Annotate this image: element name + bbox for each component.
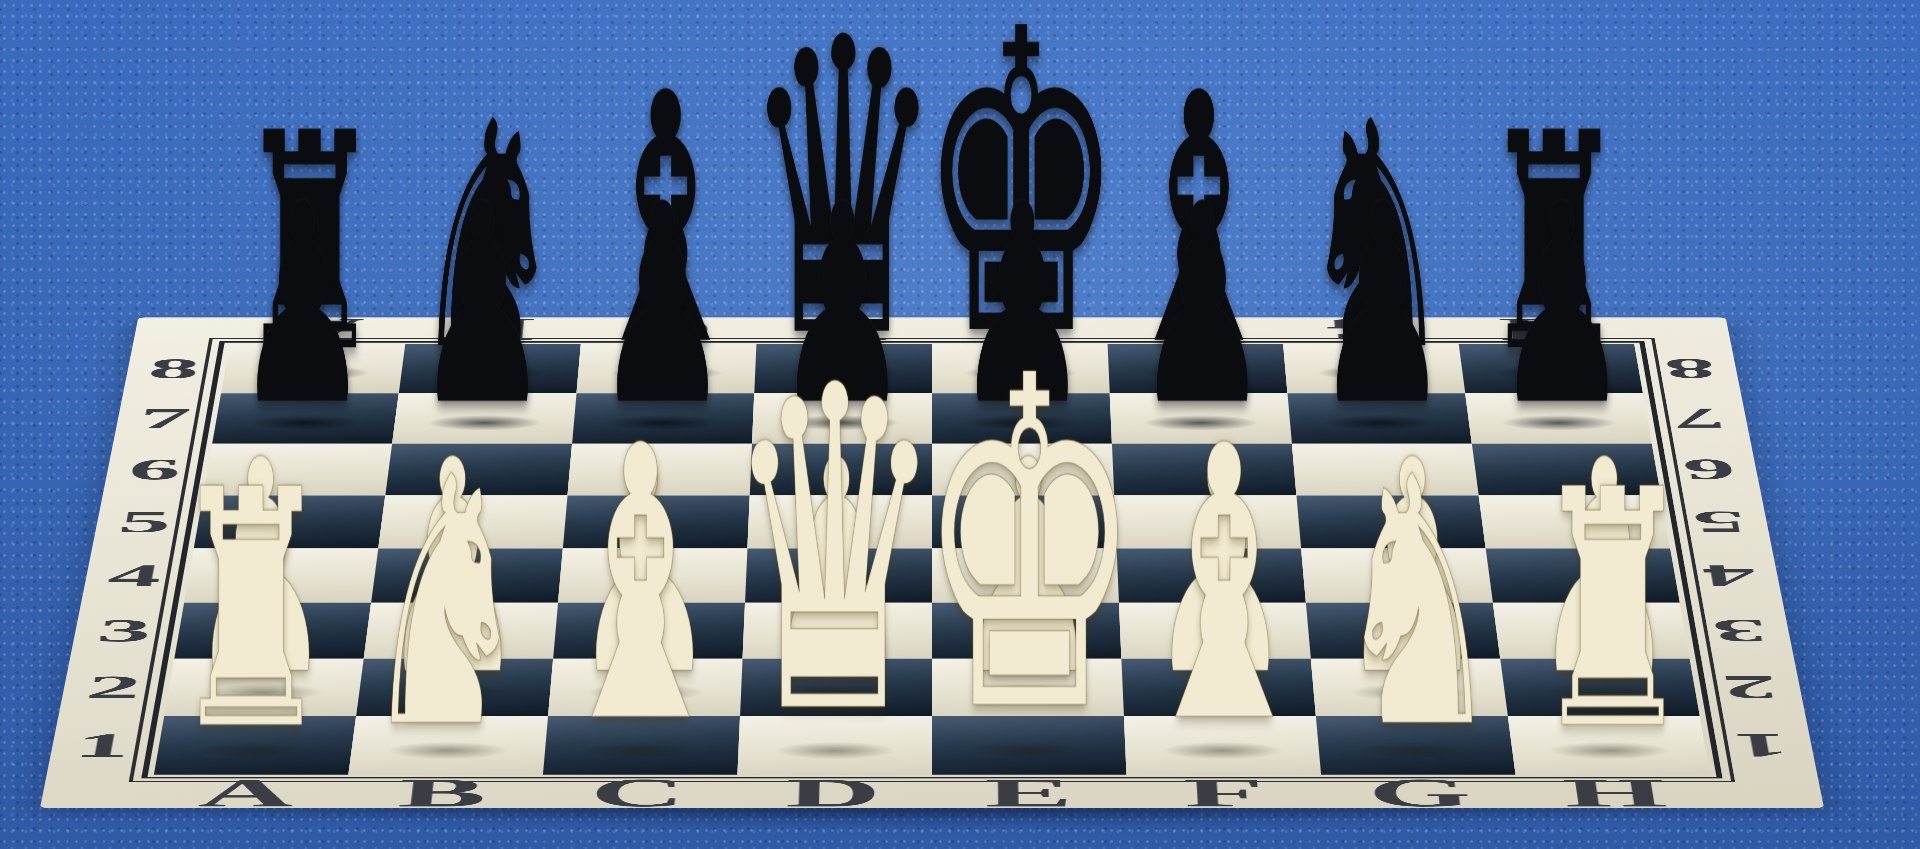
rank-label-left-8: 8 — [146, 352, 203, 384]
rank-label-left-7: 7 — [136, 402, 193, 435]
file-label-top-d: D — [800, 311, 888, 349]
file-label-top-b: B — [452, 311, 537, 349]
white-knight-g1[interactable]: ♞ — [1334, 432, 1503, 774]
file-label-bottom-f: F — [1182, 769, 1267, 816]
rank-label-right-5: 5 — [1690, 504, 1749, 539]
white-bishop-f1[interactable]: ♝ — [1131, 398, 1317, 775]
rank-label-right-7: 7 — [1671, 402, 1728, 435]
cell-c1: ♝ — [543, 716, 740, 775]
file-label-bottom-c: C — [589, 769, 689, 816]
white-rook-h1[interactable]: ♜ — [1532, 447, 1694, 775]
rank-label-left-6: 6 — [126, 452, 184, 486]
cell-b1: ♞ — [348, 716, 548, 775]
white-rook-a1[interactable]: ♜ — [170, 447, 332, 775]
rank-label-left-2: 2 — [83, 668, 145, 706]
rank-label-right-8: 8 — [1662, 352, 1719, 384]
file-label-bottom-d: D — [785, 769, 883, 816]
file-label-bottom-b: B — [396, 769, 491, 816]
photo-scene: ♜♞♝♛♚♝♞♜♟♟♟♟♟♟♟♟♟♟♟♟♟♟♟♟♜♞♝♛♚♝♞♜ ABCDEFG… — [0, 0, 1920, 849]
chess-board: ♜♞♝♛♚♝♞♜♟♟♟♟♟♟♟♟♟♟♟♟♟♟♟♟♜♞♝♛♚♝♞♜ ABCDEFG… — [40, 317, 1824, 808]
rank-label-right-2: 2 — [1719, 668, 1781, 706]
file-label-top-a: A — [273, 311, 366, 349]
file-label-top-c: C — [625, 311, 714, 349]
rank-label-right-4: 4 — [1699, 558, 1759, 594]
white-king-e1[interactable]: ♚ — [917, 318, 1142, 775]
rank-label-left-3: 3 — [94, 612, 155, 649]
rank-label-right-6: 6 — [1680, 452, 1738, 486]
file-label-bottom-g: G — [1366, 769, 1475, 816]
file-label-bottom-h: H — [1560, 769, 1672, 816]
rank-label-left-4: 4 — [105, 558, 165, 594]
cell-e1: ♚ — [932, 716, 1127, 775]
file-label-top-f: F — [1156, 311, 1232, 349]
cell-a1: ♜ — [154, 716, 356, 775]
file-label-top-h: H — [1495, 311, 1594, 349]
cell-f1: ♝ — [1124, 716, 1321, 775]
file-label-bottom-a: A — [196, 769, 300, 816]
cell-h1: ♜ — [1508, 716, 1710, 775]
white-queen-d1[interactable]: ♛ — [725, 328, 945, 775]
pieces-layer: ♜♞♝♛♚♝♞♜♟♟♟♟♟♟♟♟♟♟♟♟♟♟♟♟♜♞♝♛♚♝♞♜ — [154, 344, 1710, 775]
white-bishop-c1[interactable]: ♝ — [547, 398, 733, 775]
file-label-top-e: E — [979, 311, 1060, 349]
rank-label-left-1: 1 — [71, 726, 134, 765]
white-knight-b1[interactable]: ♞ — [361, 432, 530, 774]
rank-label-left-5: 5 — [115, 504, 174, 539]
cell-g1: ♞ — [1316, 716, 1516, 775]
cell-d1: ♛ — [737, 716, 932, 775]
file-label-bottom-e: E — [985, 769, 1076, 816]
file-label-top-g: G — [1321, 311, 1419, 349]
rank-label-right-1: 1 — [1730, 726, 1793, 765]
rank-label-right-3: 3 — [1709, 612, 1770, 649]
